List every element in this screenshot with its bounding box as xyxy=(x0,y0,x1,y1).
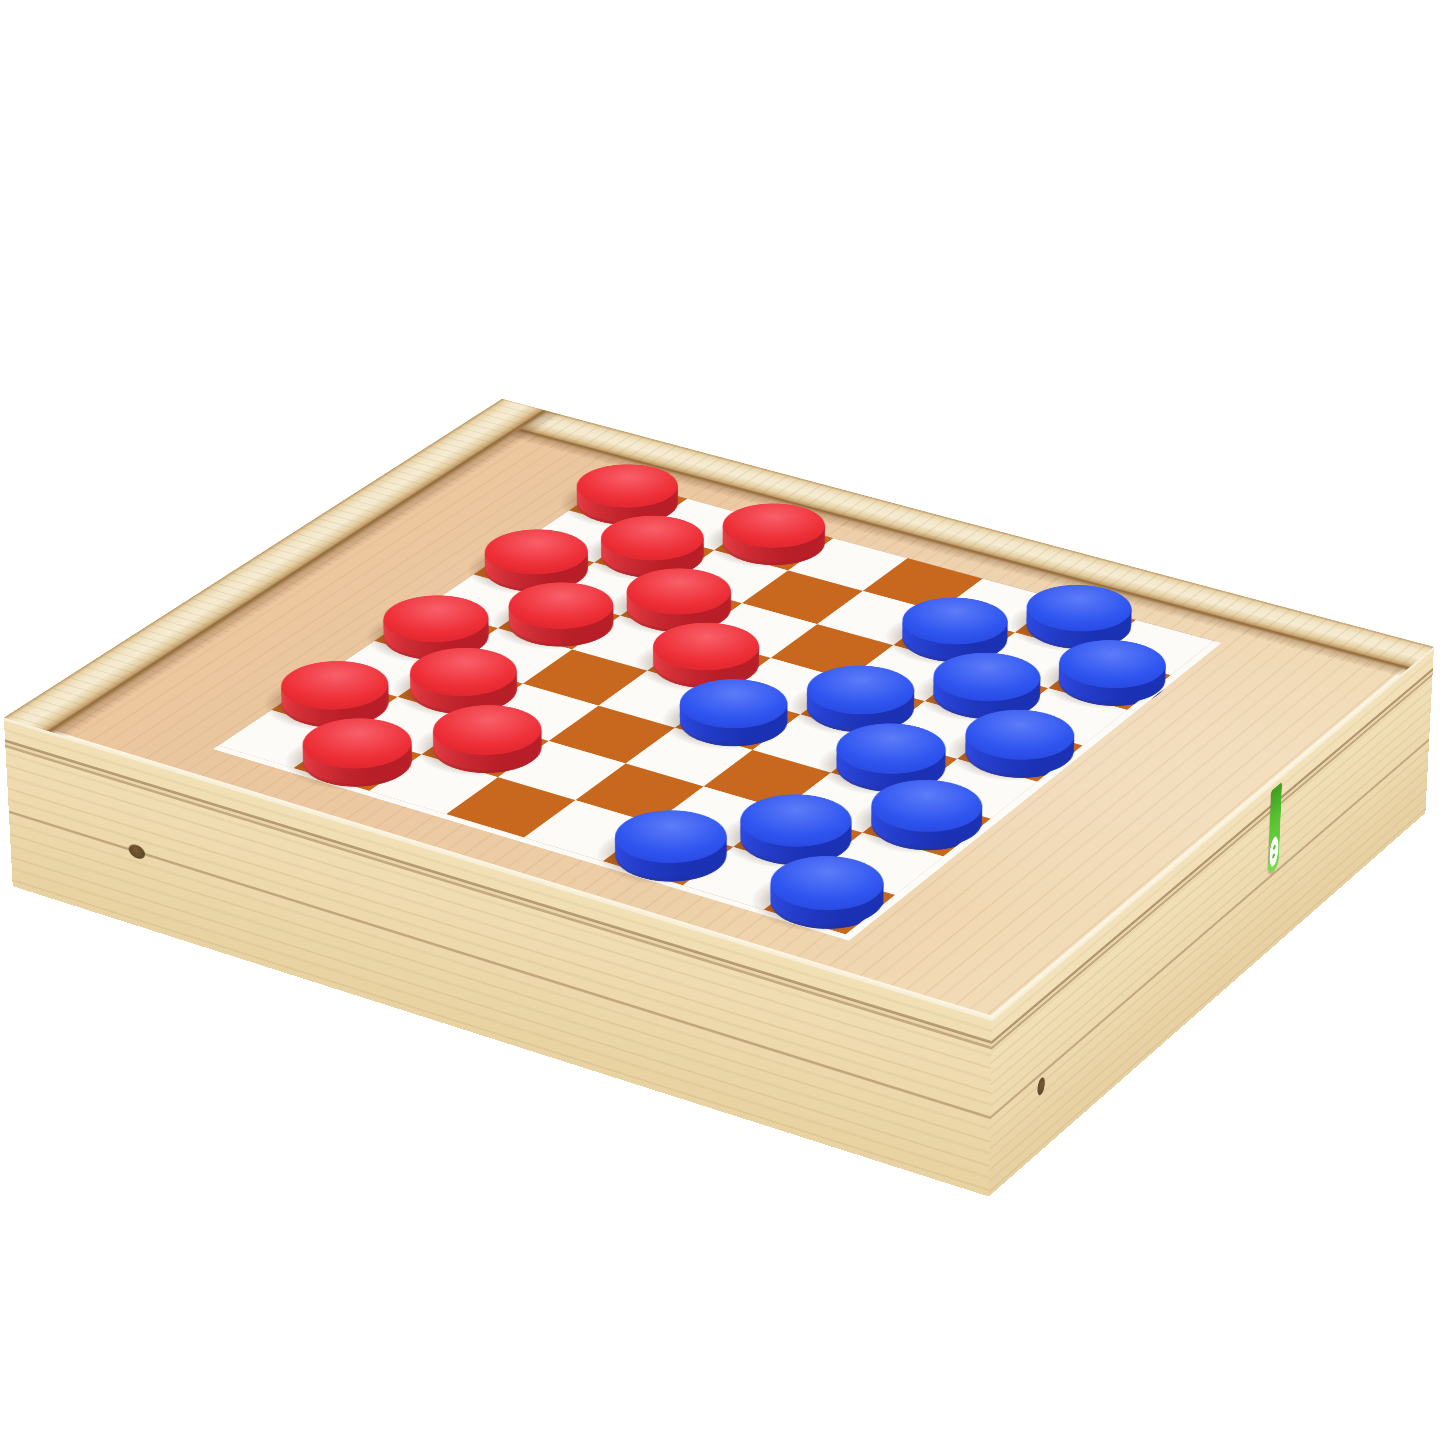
latch-dial xyxy=(1269,833,1279,869)
dowel-hole xyxy=(1037,1075,1045,1098)
scene xyxy=(0,0,1445,1445)
dowel-hole xyxy=(128,843,145,861)
checker-blue-r7c7[interactable] xyxy=(749,865,904,940)
latch xyxy=(1268,782,1282,876)
checker-red-r7c1[interactable] xyxy=(282,727,433,796)
